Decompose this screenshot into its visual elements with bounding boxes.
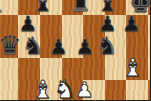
board-square-r4c0-light[interactable] (0, 80, 18, 101)
black-rook-d8-piece[interactable]: ♜ (70, 0, 92, 15)
white-bishop-g5-piece[interactable]: ♝ (122, 55, 144, 80)
black-knight-b6-piece[interactable]: ♞ (22, 34, 44, 58)
board-square-r4c7-dark[interactable] (148, 80, 151, 101)
board-square-r3c7-light[interactable] (148, 58, 151, 80)
board-square-r1c7-light[interactable] (148, 15, 151, 37)
white-bishop-c4-piece[interactable]: ♝ (32, 77, 54, 101)
board-square-r3c0-light[interactable] (0, 58, 18, 80)
white-knight-d4-piece[interactable]: ♞ (54, 77, 76, 101)
black-pawn-c6-piece[interactable]: ♟ (49, 36, 68, 57)
board-square-r3c4-dark[interactable] (83, 58, 105, 80)
board-square-r4c6-light[interactable] (126, 80, 148, 101)
board-square-r4c5-dark[interactable] (105, 80, 127, 101)
black-pawn-e6-piece[interactable]: ♟ (76, 36, 95, 57)
black-queen-a6-piece[interactable]: ♛ (0, 32, 22, 58)
black-rook-edge-piece[interactable]: ♜ (0, 0, 5, 16)
chess-board: ♜♝♜♝♚♟♟♟♛♞♟♟♞♝♝♞♟ (0, 0, 150, 100)
black-knight-f6-piece[interactable]: ♞ (96, 34, 118, 58)
white-pawn-e4-piece[interactable]: ♟ (75, 80, 94, 100)
board-square-r2c7-light[interactable] (148, 37, 151, 59)
black-pawn-g7-piece[interactable]: ♟ (122, 13, 141, 34)
